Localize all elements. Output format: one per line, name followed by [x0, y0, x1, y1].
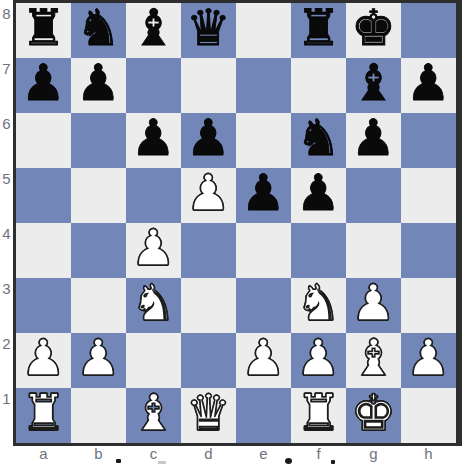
square-d8[interactable]: ♛	[181, 3, 236, 58]
square-c1[interactable]: ♝	[126, 388, 181, 443]
square-h2[interactable]: ♟	[401, 333, 456, 388]
square-h1[interactable]	[401, 388, 456, 443]
square-b4[interactable]	[71, 223, 126, 278]
square-g4[interactable]	[346, 223, 401, 278]
chess-board[interactable]: ♜♞♝♛♜♚♟♟♝♟♟♟♞♟♟♟♟♟♞♞♟♟♟♟♟♝♟♜♝♛♜♚	[13, 0, 462, 446]
square-f4[interactable]	[291, 223, 346, 278]
piece-black-bishop[interactable]: ♝	[131, 1, 176, 56]
square-g5[interactable]	[346, 168, 401, 223]
square-d5[interactable]: ♟	[181, 168, 236, 223]
square-h7[interactable]: ♟	[401, 58, 456, 113]
square-a1[interactable]: ♜	[16, 388, 71, 443]
square-g6[interactable]: ♟	[346, 113, 401, 168]
piece-black-pawn[interactable]: ♟	[406, 56, 451, 111]
square-g8[interactable]: ♚	[346, 3, 401, 58]
file-label-h: h	[401, 445, 456, 463]
square-f6[interactable]: ♞	[291, 113, 346, 168]
square-d6[interactable]: ♟	[181, 113, 236, 168]
file-labels: abcdefgh	[16, 445, 456, 463]
square-c3[interactable]: ♞	[126, 278, 181, 333]
square-a8[interactable]: ♜	[16, 3, 71, 58]
square-d1[interactable]: ♛	[181, 388, 236, 443]
rank-label-3: 3	[0, 278, 13, 333]
square-h4[interactable]	[401, 223, 456, 278]
square-a5[interactable]	[16, 168, 71, 223]
piece-white-pawn[interactable]: ♟	[186, 166, 231, 221]
square-c8[interactable]: ♝	[126, 3, 181, 58]
piece-white-knight[interactable]: ♞	[131, 276, 176, 331]
square-f7[interactable]	[291, 58, 346, 113]
piece-black-rook[interactable]: ♜	[296, 1, 341, 56]
square-f3[interactable]: ♞	[291, 278, 346, 333]
file-label-c: c	[126, 445, 181, 463]
piece-white-pawn[interactable]: ♟	[241, 331, 286, 386]
rank-label-8: 8	[0, 3, 13, 58]
file-label-d: d	[181, 445, 236, 463]
piece-white-pawn[interactable]: ♟	[21, 331, 66, 386]
piece-black-bishop[interactable]: ♝	[351, 56, 396, 111]
piece-black-queen[interactable]: ♛	[186, 1, 231, 56]
file-label-a: a	[16, 445, 71, 463]
rank-label-5: 5	[0, 168, 13, 223]
chess-board-page: 87654321 ♜♞♝♛♜♚♟♟♝♟♟♟♞♟♟♟♟♟♞♞♟♟♟♟♟♝♟♜♝♛♜…	[0, 0, 462, 464]
square-c5[interactable]	[126, 168, 181, 223]
rank-label-4: 4	[0, 223, 13, 278]
square-g2[interactable]: ♝	[346, 333, 401, 388]
piece-white-queen[interactable]: ♛	[186, 386, 231, 441]
piece-black-pawn[interactable]: ♟	[241, 166, 286, 221]
square-g1[interactable]: ♚	[346, 388, 401, 443]
piece-white-king[interactable]: ♚	[351, 386, 396, 441]
piece-white-rook[interactable]: ♜	[21, 386, 66, 441]
piece-white-bishop[interactable]: ♝	[131, 386, 176, 441]
piece-black-pawn[interactable]: ♟	[296, 166, 341, 221]
square-e3[interactable]	[236, 278, 291, 333]
square-h5[interactable]	[401, 168, 456, 223]
file-label-g: g	[346, 445, 401, 463]
square-a7[interactable]: ♟	[16, 58, 71, 113]
square-e7[interactable]	[236, 58, 291, 113]
file-label-e: e	[236, 445, 291, 463]
square-c4[interactable]: ♟	[126, 223, 181, 278]
square-a6[interactable]	[16, 113, 71, 168]
square-b7[interactable]: ♟	[71, 58, 126, 113]
piece-black-pawn[interactable]: ♟	[76, 56, 121, 111]
rank-label-2: 2	[0, 333, 13, 388]
file-label-f: f	[291, 445, 346, 463]
square-e1[interactable]	[236, 388, 291, 443]
square-f1[interactable]: ♜	[291, 388, 346, 443]
square-d2[interactable]	[181, 333, 236, 388]
square-d3[interactable]	[181, 278, 236, 333]
piece-black-pawn[interactable]: ♟	[351, 111, 396, 166]
square-c6[interactable]: ♟	[126, 113, 181, 168]
rank-label-6: 6	[0, 113, 13, 168]
piece-white-knight[interactable]: ♞	[296, 276, 341, 331]
square-b1[interactable]	[71, 388, 126, 443]
square-e5[interactable]: ♟	[236, 168, 291, 223]
piece-black-pawn[interactable]: ♟	[21, 56, 66, 111]
piece-black-pawn[interactable]: ♟	[186, 111, 231, 166]
square-d7[interactable]	[181, 58, 236, 113]
piece-white-pawn[interactable]: ♟	[351, 276, 396, 331]
square-e2[interactable]: ♟	[236, 333, 291, 388]
square-f8[interactable]: ♜	[291, 3, 346, 58]
square-c7[interactable]	[126, 58, 181, 113]
square-a3[interactable]	[16, 278, 71, 333]
rank-label-7: 7	[0, 58, 13, 113]
square-a4[interactable]	[16, 223, 71, 278]
piece-black-knight[interactable]: ♞	[76, 1, 121, 56]
square-b5[interactable]	[71, 168, 126, 223]
piece-black-king[interactable]: ♚	[351, 1, 396, 56]
square-g3[interactable]: ♟	[346, 278, 401, 333]
piece-black-knight[interactable]: ♞	[296, 111, 341, 166]
square-e4[interactable]	[236, 223, 291, 278]
square-f5[interactable]: ♟	[291, 168, 346, 223]
square-e8[interactable]	[236, 3, 291, 58]
piece-black-pawn[interactable]: ♟	[131, 111, 176, 166]
cutoff-glyph-artifact	[331, 460, 335, 464]
square-d4[interactable]	[181, 223, 236, 278]
rank-labels: 87654321	[0, 3, 13, 443]
piece-white-bishop[interactable]: ♝	[351, 331, 396, 386]
cutoff-glyph-artifact	[285, 458, 292, 464]
rank-label-1: 1	[0, 388, 13, 443]
square-h6[interactable]	[401, 113, 456, 168]
square-f2[interactable]: ♟	[291, 333, 346, 388]
piece-white-pawn[interactable]: ♟	[131, 221, 176, 276]
square-b8[interactable]: ♞	[71, 3, 126, 58]
cutoff-glyph-artifact	[116, 459, 121, 463]
square-c2[interactable]	[126, 333, 181, 388]
piece-white-pawn[interactable]: ♟	[406, 331, 451, 386]
square-g7[interactable]: ♝	[346, 58, 401, 113]
piece-white-rook[interactable]: ♜	[296, 386, 341, 441]
square-e6[interactable]	[236, 113, 291, 168]
square-a2[interactable]: ♟	[16, 333, 71, 388]
square-h3[interactable]	[401, 278, 456, 333]
piece-white-pawn[interactable]: ♟	[76, 331, 121, 386]
square-b2[interactable]: ♟	[71, 333, 126, 388]
square-b6[interactable]	[71, 113, 126, 168]
piece-black-rook[interactable]: ♜	[21, 1, 66, 56]
piece-white-pawn[interactable]: ♟	[296, 331, 341, 386]
square-h8[interactable]	[401, 3, 456, 58]
square-b3[interactable]	[71, 278, 126, 333]
